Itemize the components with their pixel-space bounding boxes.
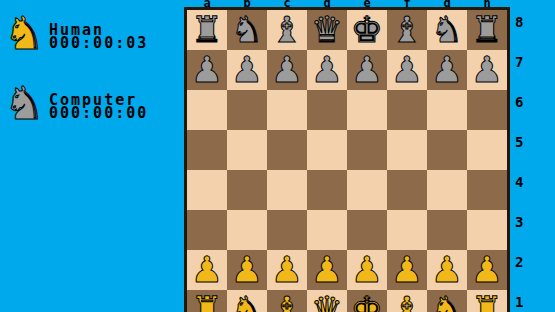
- white-knight-b1[interactable]: ♞: [231, 290, 263, 312]
- square-a8[interactable]: ♜: [187, 10, 227, 50]
- square-a5[interactable]: [187, 130, 227, 170]
- gold-knight-icon: ♞: [2, 10, 46, 56]
- rank-label-7: 7: [515, 50, 535, 90]
- square-h5[interactable]: [467, 130, 507, 170]
- black-queen-d8[interactable]: ♛: [311, 10, 343, 50]
- square-g5[interactable]: [427, 130, 467, 170]
- square-b7[interactable]: ♟: [227, 50, 267, 90]
- square-b2[interactable]: ♟: [227, 250, 267, 290]
- square-a4[interactable]: [187, 170, 227, 210]
- square-h7[interactable]: ♟: [467, 50, 507, 90]
- square-f3[interactable]: [387, 210, 427, 250]
- square-g8[interactable]: ♞: [427, 10, 467, 50]
- square-b4[interactable]: [227, 170, 267, 210]
- black-pawn-d7[interactable]: ♟: [311, 50, 343, 90]
- square-b5[interactable]: [227, 130, 267, 170]
- square-c4[interactable]: [267, 170, 307, 210]
- square-g2[interactable]: ♟: [427, 250, 467, 290]
- square-d4[interactable]: [307, 170, 347, 210]
- square-b3[interactable]: [227, 210, 267, 250]
- square-g3[interactable]: [427, 210, 467, 250]
- square-f4[interactable]: [387, 170, 427, 210]
- white-pawn-h2[interactable]: ♟: [471, 250, 503, 290]
- rank-label-2: 2: [515, 250, 535, 290]
- white-king-e1[interactable]: ♚: [351, 290, 383, 312]
- black-pawn-b7[interactable]: ♟: [231, 50, 263, 90]
- square-a3[interactable]: [187, 210, 227, 250]
- black-pawn-c7[interactable]: ♟: [271, 50, 303, 90]
- square-e1[interactable]: ♚: [347, 290, 387, 312]
- chess-game-screen: ♞ Human 000:00:03 ♞ Computer 000:00:00 a…: [0, 0, 555, 312]
- player-computer: ♞ Computer 000:00:00: [2, 80, 148, 126]
- square-h6[interactable]: [467, 90, 507, 130]
- black-knight-b8[interactable]: ♞: [231, 10, 263, 50]
- white-rook-a1[interactable]: ♜: [191, 290, 223, 312]
- board-frame: ♜♞♝♛♚♝♞♜♟♟♟♟♟♟♟♟♟♟♟♟♟♟♟♟♜♞♝♛♚♝♞♜: [184, 7, 510, 312]
- black-rook-h8[interactable]: ♜: [471, 10, 503, 50]
- rank-label-4: 4: [515, 170, 535, 210]
- black-pawn-a7[interactable]: ♟: [191, 50, 223, 90]
- square-c8[interactable]: ♝: [267, 10, 307, 50]
- white-pawn-f2[interactable]: ♟: [391, 250, 423, 290]
- rank-label-3: 3: [515, 210, 535, 250]
- square-e4[interactable]: [347, 170, 387, 210]
- square-f6[interactable]: [387, 90, 427, 130]
- white-pawn-b2[interactable]: ♟: [231, 250, 263, 290]
- square-f5[interactable]: [387, 130, 427, 170]
- square-e5[interactable]: [347, 130, 387, 170]
- white-pawn-c2[interactable]: ♟: [271, 250, 303, 290]
- square-d3[interactable]: [307, 210, 347, 250]
- rank-label-5: 5: [515, 130, 535, 170]
- player-human: ♞ Human 000:00:03: [2, 10, 148, 56]
- white-pawn-e2[interactable]: ♟: [351, 250, 383, 290]
- square-e8[interactable]: ♚: [347, 10, 387, 50]
- black-pawn-h7[interactable]: ♟: [471, 50, 503, 90]
- rank-label-8: 8: [515, 10, 535, 50]
- rank-label-6: 6: [515, 90, 535, 130]
- white-pawn-a2[interactable]: ♟: [191, 250, 223, 290]
- square-e7[interactable]: ♟: [347, 50, 387, 90]
- square-d8[interactable]: ♛: [307, 10, 347, 50]
- square-f8[interactable]: ♝: [387, 10, 427, 50]
- square-h3[interactable]: [467, 210, 507, 250]
- black-knight-g8[interactable]: ♞: [431, 10, 463, 50]
- white-pawn-g2[interactable]: ♟: [431, 250, 463, 290]
- square-c7[interactable]: ♟: [267, 50, 307, 90]
- gray-knight-icon: ♞: [2, 80, 46, 126]
- square-b6[interactable]: [227, 90, 267, 130]
- square-f2[interactable]: ♟: [387, 250, 427, 290]
- square-d1[interactable]: ♛: [307, 290, 347, 312]
- square-e2[interactable]: ♟: [347, 250, 387, 290]
- white-queen-d1[interactable]: ♛: [311, 290, 343, 312]
- square-b8[interactable]: ♞: [227, 10, 267, 50]
- square-c2[interactable]: ♟: [267, 250, 307, 290]
- square-h2[interactable]: ♟: [467, 250, 507, 290]
- white-rook-h1[interactable]: ♜: [471, 290, 503, 312]
- white-bishop-c1[interactable]: ♝: [271, 290, 303, 312]
- black-bishop-c8[interactable]: ♝: [271, 10, 303, 50]
- square-e3[interactable]: [347, 210, 387, 250]
- square-a7[interactable]: ♟: [187, 50, 227, 90]
- white-bishop-f1[interactable]: ♝: [391, 290, 423, 312]
- black-pawn-g7[interactable]: ♟: [431, 50, 463, 90]
- square-g1[interactable]: ♞: [427, 290, 467, 312]
- black-rook-a8[interactable]: ♜: [191, 10, 223, 50]
- square-c5[interactable]: [267, 130, 307, 170]
- square-d5[interactable]: [307, 130, 347, 170]
- square-a2[interactable]: ♟: [187, 250, 227, 290]
- white-knight-g1[interactable]: ♞: [431, 290, 463, 312]
- square-a6[interactable]: [187, 90, 227, 130]
- square-f7[interactable]: ♟: [387, 50, 427, 90]
- computer-player-clock: 000:00:00: [49, 107, 148, 120]
- black-king-e8[interactable]: ♚: [351, 10, 383, 50]
- square-g4[interactable]: [427, 170, 467, 210]
- square-c6[interactable]: [267, 90, 307, 130]
- square-g7[interactable]: ♟: [427, 50, 467, 90]
- square-b1[interactable]: ♞: [227, 290, 267, 312]
- square-h8[interactable]: ♜: [467, 10, 507, 50]
- human-player-clock: 000:00:03: [49, 37, 148, 50]
- square-h1[interactable]: ♜: [467, 290, 507, 312]
- square-f1[interactable]: ♝: [387, 290, 427, 312]
- white-pawn-d2[interactable]: ♟: [311, 250, 343, 290]
- square-d2[interactable]: ♟: [307, 250, 347, 290]
- black-pawn-e7[interactable]: ♟: [351, 50, 383, 90]
- black-pawn-f7[interactable]: ♟: [391, 50, 423, 90]
- square-g6[interactable]: [427, 90, 467, 130]
- chess-board: ♜♞♝♛♚♝♞♜♟♟♟♟♟♟♟♟♟♟♟♟♟♟♟♟♜♞♝♛♚♝♞♜: [187, 10, 507, 312]
- square-d7[interactable]: ♟: [307, 50, 347, 90]
- square-e6[interactable]: [347, 90, 387, 130]
- rank-label-1: 1: [515, 290, 535, 312]
- square-h4[interactable]: [467, 170, 507, 210]
- rank-labels: 87654321: [515, 10, 535, 312]
- square-a1[interactable]: ♜: [187, 290, 227, 312]
- black-bishop-f8[interactable]: ♝: [391, 10, 423, 50]
- square-c1[interactable]: ♝: [267, 290, 307, 312]
- square-c3[interactable]: [267, 210, 307, 250]
- square-d6[interactable]: [307, 90, 347, 130]
